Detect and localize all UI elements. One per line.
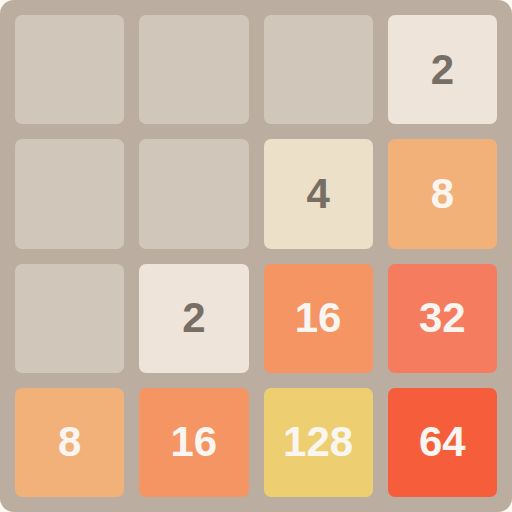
cell-r4-c1: 8: [15, 388, 124, 497]
cell-r2-c2: [139, 139, 248, 248]
cell-r3-c2: 2: [139, 264, 248, 373]
cell-r3-c1: [15, 264, 124, 373]
cell-r1-c3: [264, 15, 373, 124]
cell-r1-c4: 2: [388, 15, 497, 124]
cell-r1-c1: [15, 15, 124, 124]
cell-r2-c3: 4: [264, 139, 373, 248]
cell-r3-c4: 32: [388, 264, 497, 373]
cell-r4-c3: 128: [264, 388, 373, 497]
game-board-2048[interactable]: 2 4 8 2 16 32 8 16 128 64: [0, 0, 512, 512]
cell-r2-c1: [15, 139, 124, 248]
cell-r4-c4: 64: [388, 388, 497, 497]
cell-r2-c4: 8: [388, 139, 497, 248]
cell-r3-c3: 16: [264, 264, 373, 373]
cell-r1-c2: [139, 15, 248, 124]
cell-r4-c2: 16: [139, 388, 248, 497]
